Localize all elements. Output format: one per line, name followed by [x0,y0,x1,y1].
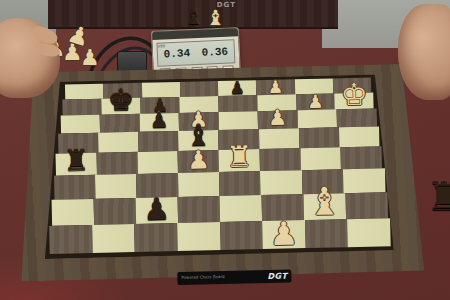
square-g7[interactable] [93,198,136,225]
square-b4[interactable] [218,95,257,112]
photo-scene: DGT ♝ ♝ 0.34 0.36 089 ♟♟♚♟♟♚♟♟♟♝♜♟♜♟♝♟ P… [0,0,450,300]
square-h5[interactable] [177,222,220,251]
square-f8[interactable] [54,175,96,200]
square-d1[interactable] [339,126,380,147]
black-pawn-a4[interactable]: ♟ [218,79,257,96]
square-h3[interactable]: ♟ [262,220,305,249]
black-king-b7[interactable]: ♚ [101,85,141,114]
square-c7[interactable] [100,114,140,133]
square-c8[interactable] [60,115,100,134]
square-d3[interactable] [259,128,300,149]
square-h6[interactable] [134,223,177,252]
square-a4[interactable]: ♟ [218,80,257,96]
square-f5[interactable] [178,172,220,197]
square-h7[interactable] [92,224,135,253]
square-g1[interactable] [345,192,388,219]
white-pawn-e5[interactable]: ♟ [178,148,219,173]
square-e5[interactable]: ♟ [178,150,219,173]
board-label-text: Powered Chess Board [181,275,224,280]
square-g2[interactable]: ♝ [303,193,346,220]
square-f7[interactable] [95,174,137,199]
dgt-board-label: Powered Chess Board DGT [177,269,291,285]
square-e8[interactable]: ♜ [56,153,97,176]
white-bishop-g2[interactable]: ♝ [303,183,346,220]
square-c2[interactable] [297,109,337,128]
captured-black-bishop[interactable]: ♝ [184,6,204,28]
square-f1[interactable] [343,168,385,193]
square-e2[interactable] [300,147,341,170]
square-f4[interactable] [219,171,261,196]
white-pawn-c3[interactable]: ♟ [258,108,298,129]
square-a5[interactable] [180,81,219,97]
captured-white-bishop[interactable]: ♝ [206,8,225,29]
square-b1[interactable]: ♚ [335,93,374,110]
square-e4[interactable]: ♜ [219,149,260,172]
square-e1[interactable] [341,146,382,169]
square-e7[interactable] [96,152,137,175]
white-pawn-h3[interactable]: ♟ [262,218,305,249]
clock-model-text: 089 [157,43,165,48]
white-rook-e4[interactable]: ♜ [219,144,260,172]
square-b8[interactable] [63,99,102,116]
white-king-b1[interactable]: ♚ [334,80,374,109]
square-d7[interactable] [98,132,139,153]
square-a8[interactable] [65,84,104,100]
square-h8[interactable] [49,225,92,254]
black-pawn-c6[interactable]: ♟ [139,111,179,132]
square-g5[interactable] [177,196,220,223]
square-a3[interactable]: ♟ [256,79,295,95]
square-b7[interactable]: ♚ [101,98,140,115]
black-pawn-g6[interactable]: ♟ [135,194,178,223]
square-b2[interactable]: ♟ [296,93,335,110]
black-rook-e8[interactable]: ♜ [56,147,97,175]
white-pawn-a3[interactable]: ♟ [256,78,295,95]
clock-lever-bar[interactable] [152,28,238,40]
square-h4[interactable] [220,221,263,250]
square-d2[interactable] [299,127,340,148]
chessboard: ♟♟♚♟♟♚♟♟♟♝♜♟♜♟♝♟ Powered Chess Board DGT [15,51,426,294]
square-g6[interactable]: ♟ [135,197,178,224]
square-g4[interactable] [219,195,262,222]
square-c6[interactable]: ♟ [139,113,179,132]
square-f3[interactable] [260,170,302,195]
playing-area: ♟♟♚♟♟♚♟♟♟♝♜♟♜♟♝♟ [16,77,391,254]
square-d6[interactable] [138,131,179,152]
square-g8[interactable] [51,199,94,226]
square-h2[interactable] [305,219,348,248]
player-right-hand [398,4,450,100]
square-e6[interactable] [137,151,178,174]
dgt-logo: DGT [267,272,287,281]
square-h1[interactable] [347,218,390,247]
square-c1[interactable] [337,108,377,127]
square-c3[interactable]: ♟ [258,110,298,129]
captured-black-rook[interactable]: ♜ [426,176,450,216]
white-pawn-b2[interactable]: ♟ [296,92,335,110]
square-c4[interactable] [218,111,258,130]
square-e3[interactable] [259,148,300,171]
